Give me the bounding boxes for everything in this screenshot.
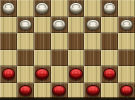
white-checker-piece[interactable] <box>2 2 16 14</box>
square-r2c5[interactable] <box>84 33 101 50</box>
square-r5c6[interactable] <box>101 83 118 100</box>
square-r1c1[interactable] <box>17 17 34 34</box>
square-r5c0[interactable] <box>0 83 17 100</box>
square-r5c1[interactable] <box>17 83 34 100</box>
square-r3c3[interactable] <box>51 50 68 67</box>
square-r4c5[interactable] <box>84 66 101 83</box>
square-r5c2[interactable] <box>34 83 51 100</box>
red-checker-piece[interactable] <box>103 68 117 80</box>
square-r2c7[interactable] <box>118 33 135 50</box>
square-r3c2[interactable] <box>34 50 51 67</box>
checkers-board <box>0 0 135 99</box>
square-r2c0[interactable] <box>0 33 17 50</box>
square-r5c5[interactable] <box>84 83 101 100</box>
square-r1c2[interactable] <box>34 17 51 34</box>
red-checker-piece[interactable] <box>2 68 16 80</box>
square-r3c0[interactable] <box>0 50 17 67</box>
square-r1c6[interactable] <box>101 17 118 34</box>
square-r4c1[interactable] <box>17 66 34 83</box>
red-checker-piece[interactable] <box>120 85 134 97</box>
red-checker-piece[interactable] <box>86 85 100 97</box>
square-r5c3[interactable] <box>51 83 68 100</box>
white-checker-piece[interactable] <box>103 2 117 14</box>
white-checker-piece[interactable] <box>19 19 33 31</box>
square-r0c3[interactable] <box>51 0 68 17</box>
square-r3c1[interactable] <box>17 50 34 67</box>
square-r4c2[interactable] <box>34 66 51 83</box>
square-r3c4[interactable] <box>68 50 85 67</box>
square-r2c6[interactable] <box>101 33 118 50</box>
square-r0c2[interactable] <box>34 0 51 17</box>
square-r2c4[interactable] <box>68 33 85 50</box>
square-r3c7[interactable] <box>118 50 135 67</box>
square-r0c5[interactable] <box>84 0 101 17</box>
red-checker-piece[interactable] <box>52 85 66 97</box>
square-r0c0[interactable] <box>0 0 17 17</box>
square-r1c0[interactable] <box>0 17 17 34</box>
square-r2c3[interactable] <box>51 33 68 50</box>
white-checker-piece[interactable] <box>86 19 100 31</box>
square-r1c3[interactable] <box>51 17 68 34</box>
square-r3c6[interactable] <box>101 50 118 67</box>
square-r1c5[interactable] <box>84 17 101 34</box>
red-checker-piece[interactable] <box>19 85 33 97</box>
red-checker-piece[interactable] <box>69 68 83 80</box>
square-r0c1[interactable] <box>17 0 34 17</box>
white-checker-piece[interactable] <box>69 2 83 14</box>
red-checker-piece[interactable] <box>35 68 49 80</box>
square-r1c7[interactable] <box>118 17 135 34</box>
square-r4c6[interactable] <box>101 66 118 83</box>
square-r0c6[interactable] <box>101 0 118 17</box>
square-r5c7[interactable] <box>118 83 135 100</box>
square-r4c0[interactable] <box>0 66 17 83</box>
square-r2c1[interactable] <box>17 33 34 50</box>
square-r4c3[interactable] <box>51 66 68 83</box>
square-r1c4[interactable] <box>68 17 85 34</box>
square-r0c7[interactable] <box>118 0 135 17</box>
white-checker-piece[interactable] <box>35 2 49 14</box>
square-r4c7[interactable] <box>118 66 135 83</box>
square-r2c2[interactable] <box>34 33 51 50</box>
square-r5c4[interactable] <box>68 83 85 100</box>
white-checker-piece[interactable] <box>120 19 134 31</box>
square-r0c4[interactable] <box>68 0 85 17</box>
square-r3c5[interactable] <box>84 50 101 67</box>
white-checker-piece[interactable] <box>52 19 66 31</box>
square-r4c4[interactable] <box>68 66 85 83</box>
